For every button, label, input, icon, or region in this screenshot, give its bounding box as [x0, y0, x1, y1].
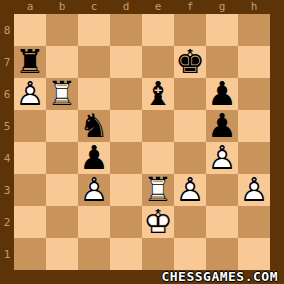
- square-g2: [206, 206, 238, 238]
- piece-white-king-outline: ♔: [142, 206, 174, 238]
- square-c1: [78, 238, 110, 270]
- piece-white-rook-outline: ♖: [46, 78, 78, 110]
- square-e5: [142, 110, 174, 142]
- rank-label-2: 2: [0, 206, 14, 238]
- square-c7: [78, 46, 110, 78]
- rank-labels: 87654321: [0, 14, 14, 270]
- square-e1: [142, 238, 174, 270]
- square-e2: ♚♔: [142, 206, 174, 238]
- square-f3: ♟♙: [174, 174, 206, 206]
- square-c3: ♟♙: [78, 174, 110, 206]
- piece-black-pawn: ♟: [206, 78, 238, 110]
- file-label-b: b: [46, 0, 78, 14]
- square-b5: [46, 110, 78, 142]
- piece-white-pawn-outline: ♙: [206, 142, 238, 174]
- square-f7: ♚: [174, 46, 206, 78]
- square-c6: [78, 78, 110, 110]
- rank-label-8: 8: [0, 14, 14, 46]
- square-f2: [174, 206, 206, 238]
- square-g4: ♟♙: [206, 142, 238, 174]
- piece-white-rook-outline: ♖: [142, 174, 174, 206]
- square-g8: [206, 14, 238, 46]
- piece-white-pawn: ♟: [14, 78, 46, 110]
- square-g5: ♟: [206, 110, 238, 142]
- file-label-a: a: [14, 0, 46, 14]
- rank-label-1: 1: [0, 238, 14, 270]
- square-d5: [110, 110, 142, 142]
- square-a1: [14, 238, 46, 270]
- file-label-f: f: [174, 0, 206, 14]
- square-g3: [206, 174, 238, 206]
- square-d3: [110, 174, 142, 206]
- square-h5: [238, 110, 270, 142]
- square-a5: [14, 110, 46, 142]
- square-e6: ♝: [142, 78, 174, 110]
- square-d2: [110, 206, 142, 238]
- square-b8: [46, 14, 78, 46]
- square-a2: [14, 206, 46, 238]
- piece-white-pawn: ♟: [78, 174, 110, 206]
- piece-white-pawn-outline: ♙: [14, 78, 46, 110]
- square-h1: [238, 238, 270, 270]
- chess-board-diagram: abcdefgh 87654321 ♜♚♟♙♜♖♝♟♞♟♟♟♙♟♙♜♖♟♙♟♙♚…: [0, 0, 284, 284]
- square-h7: [238, 46, 270, 78]
- square-c8: [78, 14, 110, 46]
- piece-white-pawn: ♟: [174, 174, 206, 206]
- chess-board: ♜♚♟♙♜♖♝♟♞♟♟♟♙♟♙♜♖♟♙♟♙♚♔: [14, 14, 270, 270]
- square-b3: [46, 174, 78, 206]
- square-h8: [238, 14, 270, 46]
- piece-black-knight: ♞: [78, 110, 110, 142]
- piece-white-pawn-outline: ♙: [238, 174, 270, 206]
- file-label-h: h: [238, 0, 270, 14]
- file-label-c: c: [78, 0, 110, 14]
- square-b1: [46, 238, 78, 270]
- piece-white-rook: ♜: [142, 174, 174, 206]
- square-d1: [110, 238, 142, 270]
- rank-label-3: 3: [0, 174, 14, 206]
- square-a7: ♜: [14, 46, 46, 78]
- square-c2: [78, 206, 110, 238]
- square-g1: [206, 238, 238, 270]
- square-h2: [238, 206, 270, 238]
- file-label-d: d: [110, 0, 142, 14]
- square-c4: ♟: [78, 142, 110, 174]
- square-e8: [142, 14, 174, 46]
- file-label-g: g: [206, 0, 238, 14]
- piece-black-rook: ♜: [14, 46, 46, 78]
- square-b6: ♜♖: [46, 78, 78, 110]
- piece-white-pawn: ♟: [238, 174, 270, 206]
- piece-black-bishop: ♝: [142, 78, 174, 110]
- square-e4: [142, 142, 174, 174]
- square-b7: [46, 46, 78, 78]
- square-c5: ♞: [78, 110, 110, 142]
- rank-label-6: 6: [0, 78, 14, 110]
- square-h3: ♟♙: [238, 174, 270, 206]
- square-a6: ♟♙: [14, 78, 46, 110]
- square-e7: [142, 46, 174, 78]
- piece-white-king: ♚: [142, 206, 174, 238]
- rank-label-4: 4: [0, 142, 14, 174]
- square-d4: [110, 142, 142, 174]
- square-d8: [110, 14, 142, 46]
- square-h6: [238, 78, 270, 110]
- square-g6: ♟: [206, 78, 238, 110]
- file-label-e: e: [142, 0, 174, 14]
- square-f1: [174, 238, 206, 270]
- square-f8: [174, 14, 206, 46]
- square-d6: [110, 78, 142, 110]
- square-b4: [46, 142, 78, 174]
- square-a4: [14, 142, 46, 174]
- piece-black-king: ♚: [174, 46, 206, 78]
- rank-label-5: 5: [0, 110, 14, 142]
- square-f4: [174, 142, 206, 174]
- piece-white-pawn-outline: ♙: [174, 174, 206, 206]
- rank-label-7: 7: [0, 46, 14, 78]
- square-h4: [238, 142, 270, 174]
- file-labels: abcdefgh: [14, 0, 270, 14]
- square-b2: [46, 206, 78, 238]
- square-a8: [14, 14, 46, 46]
- square-a3: [14, 174, 46, 206]
- square-e3: ♜♖: [142, 174, 174, 206]
- piece-white-rook: ♜: [46, 78, 78, 110]
- piece-white-pawn: ♟: [206, 142, 238, 174]
- square-f5: [174, 110, 206, 142]
- piece-black-pawn: ♟: [206, 110, 238, 142]
- piece-white-pawn-outline: ♙: [78, 174, 110, 206]
- square-f6: [174, 78, 206, 110]
- watermark: CHESSGAMES.COM: [161, 270, 278, 284]
- square-g7: [206, 46, 238, 78]
- square-d7: [110, 46, 142, 78]
- piece-black-pawn: ♟: [78, 142, 110, 174]
